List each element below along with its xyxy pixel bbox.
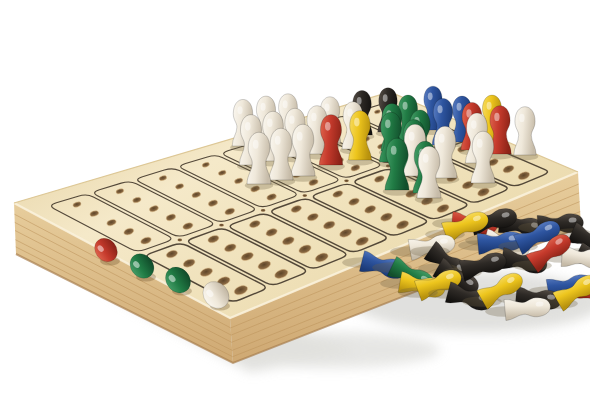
peg-body <box>291 124 315 176</box>
mastermind-board-photo <box>0 0 590 400</box>
peg-highlight <box>325 103 330 111</box>
score-hole <box>219 224 224 227</box>
peg-highlight <box>487 102 492 110</box>
peg-highlight <box>267 119 272 128</box>
peg-highlight <box>439 134 445 143</box>
peg-highlight <box>297 132 303 141</box>
peg-highlight <box>311 113 316 121</box>
peg-highlight <box>385 120 390 129</box>
peg-highlight <box>519 114 524 122</box>
score-hole <box>261 209 266 212</box>
peg-highlight <box>494 113 499 121</box>
peg-highlight <box>283 100 288 108</box>
peg-highlight <box>477 139 483 148</box>
peg-highlight <box>471 120 477 129</box>
standing-peg-white[interactable] <box>269 128 293 180</box>
peg-highlight <box>253 140 259 149</box>
standing-peg-yellow[interactable] <box>349 111 372 160</box>
peg-body <box>349 111 372 160</box>
standing-peg-white[interactable] <box>291 124 315 176</box>
peg-body <box>514 107 536 155</box>
peg-body <box>385 138 409 190</box>
peg-highlight <box>325 122 331 131</box>
peg-body <box>247 132 271 184</box>
standing-peg-white[interactable] <box>417 146 441 198</box>
peg-highlight <box>423 154 429 163</box>
standing-peg-white[interactable] <box>471 131 495 183</box>
scene-svg <box>0 0 590 400</box>
peg-body <box>471 131 495 183</box>
peg-highlight <box>391 146 397 155</box>
peg-body <box>417 146 441 198</box>
standing-peg-red[interactable] <box>319 115 342 165</box>
peg-highlight <box>403 102 408 110</box>
peg-highlight <box>261 103 266 111</box>
peg-highlight <box>237 106 242 114</box>
peg-highlight <box>289 115 294 123</box>
peg-highlight <box>409 132 415 141</box>
score-hole <box>344 179 349 182</box>
peg-highlight <box>275 136 281 145</box>
standing-peg-green[interactable] <box>385 138 409 190</box>
peg-highlight <box>245 122 251 131</box>
standing-peg-white[interactable] <box>247 132 271 184</box>
peg-highlight <box>383 94 388 102</box>
peg-body <box>269 128 293 180</box>
score-hole <box>303 194 308 197</box>
peg-highlight <box>457 103 462 111</box>
peg-body <box>319 115 342 165</box>
peg-highlight <box>428 93 433 101</box>
peg-highlight <box>437 105 442 113</box>
standing-peg-white[interactable] <box>514 107 536 155</box>
score-hole <box>178 239 183 242</box>
peg-highlight <box>354 118 359 127</box>
